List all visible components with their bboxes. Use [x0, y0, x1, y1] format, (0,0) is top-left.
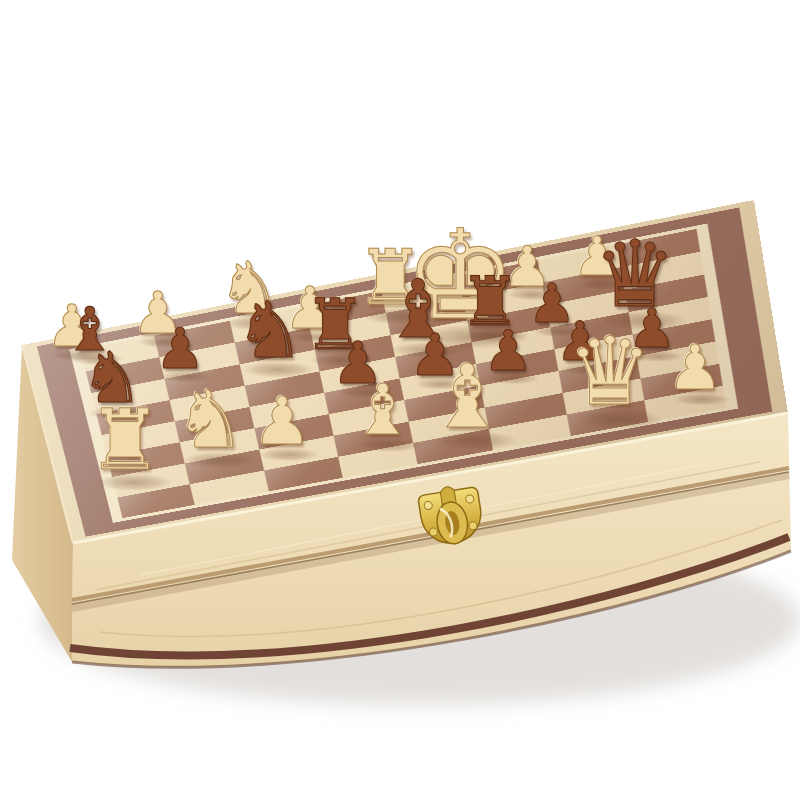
product-photo-scene: ♟♟♞♜♟♟♝♟♚♟♞♜♝♜♟♛♞♟♟♟♟♟♜♞♟♝♝♛♟ — [0, 0, 800, 800]
box-svg — [0, 0, 800, 800]
